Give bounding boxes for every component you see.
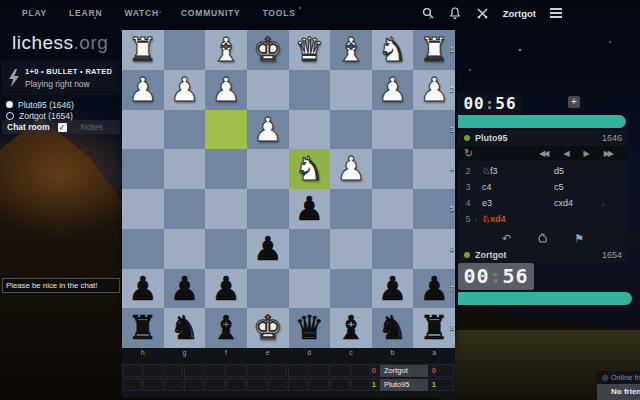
square-g6[interactable]	[164, 229, 206, 269]
tray-cell	[143, 378, 163, 391]
square-g8[interactable]: ♞	[164, 308, 206, 348]
nav-watch[interactable]: WATCH	[124, 8, 159, 18]
square-f2[interactable]: ♟	[205, 70, 247, 110]
square-f1[interactable]: ♝	[205, 30, 247, 70]
square-c5[interactable]	[330, 189, 372, 229]
square-d7[interactable]	[289, 269, 331, 309]
rank-label-4: 4	[446, 165, 454, 172]
square-h7[interactable]: ♟	[122, 269, 164, 309]
game-meta-line: 1+0 • BULLET • RATED	[25, 67, 112, 76]
white-queen: ♛	[289, 30, 331, 70]
first-move-button[interactable]: ◀◀	[539, 149, 547, 158]
player-white-row[interactable]: Pluto95 (1646)	[6, 99, 74, 110]
tray-cell	[184, 364, 204, 377]
top-nav: PLAY LEARN WATCH COMMUNITY TOOLS Zortgot	[0, 0, 640, 26]
square-h8[interactable]: ♜	[122, 308, 164, 348]
white-pawn: ♟	[164, 70, 206, 110]
black-move[interactable]: d5	[554, 166, 628, 176]
online-friends-header[interactable]: ◎ Online friends	[597, 371, 640, 384]
tray-cell	[288, 364, 308, 377]
square-d2[interactable]	[289, 70, 331, 110]
white-piece-dot-icon	[6, 101, 13, 108]
next-move-button[interactable]: ▶	[584, 149, 588, 158]
bottom-player-rating: 1654	[602, 250, 622, 260]
bottom-player-row: Zortgot 1654	[458, 247, 628, 263]
black-pawn: ♟	[372, 269, 414, 309]
board-footer: hgfedcba 0Zortgot01Pluto951	[122, 348, 455, 398]
resign-flag-icon[interactable]: ⚑	[574, 232, 584, 245]
square-d5[interactable]: ♟	[289, 189, 331, 229]
tray-cell	[247, 364, 267, 377]
square-b8[interactable]: ♞	[372, 308, 414, 348]
rank-label-8: 8	[446, 324, 454, 331]
square-g5[interactable]	[164, 189, 206, 229]
file-label-f: f	[205, 348, 247, 358]
nav-tools[interactable]: TOOLS	[263, 8, 296, 18]
move-number: 3	[458, 182, 478, 192]
white-pawn: ♟	[372, 70, 414, 110]
square-e8[interactable]: ♚	[247, 308, 289, 348]
black-pawn: ♟	[205, 269, 247, 309]
rank-label-3: 3	[446, 126, 454, 133]
move-row: 2♘f3d5	[458, 163, 628, 179]
tab-chat-room[interactable]: Chat room	[7, 122, 50, 132]
tray-cell	[226, 364, 246, 377]
rank-label-2: 2	[446, 86, 454, 93]
online-dot-icon	[464, 252, 470, 258]
black-pawn: ♟	[122, 269, 164, 309]
takeback-icon[interactable]: ↶	[502, 232, 511, 245]
square-h4[interactable]	[122, 149, 164, 189]
square-f5[interactable]	[205, 189, 247, 229]
square-d8[interactable]: ♛	[289, 308, 331, 348]
white-bishop: ♝	[205, 30, 247, 70]
tray-cell	[288, 378, 308, 391]
tray-cell	[164, 364, 184, 377]
chat-toggle-checkbox[interactable]: ✓	[58, 123, 67, 132]
square-f4[interactable]	[205, 149, 247, 189]
tray-cell	[122, 378, 142, 391]
rank-label-6: 6	[446, 245, 454, 252]
black-king: ♚	[247, 308, 289, 348]
square-g1[interactable]	[164, 30, 206, 70]
black-pawn: ♟	[289, 189, 331, 229]
white-pawn: ♟	[247, 110, 289, 150]
tray-cell	[205, 378, 225, 391]
square-f3[interactable]	[205, 110, 247, 150]
square-g7[interactable]: ♟	[164, 269, 206, 309]
captured-pieces-tray: 0Zortgot01Pluto951	[122, 364, 455, 392]
white-move[interactable]: ♘f3	[478, 166, 554, 176]
game-meta-box: 1+0 • BULLET • RATED Playing right now	[2, 61, 120, 95]
file-label-c: c	[330, 348, 372, 358]
square-c2[interactable]	[330, 70, 372, 110]
top-player-row: Pluto95 1646	[458, 130, 628, 146]
top-player-name[interactable]: Pluto95	[475, 133, 602, 143]
score-right: 1	[428, 380, 440, 389]
white-pawn: ♟	[205, 70, 247, 110]
move-number: 5	[458, 214, 478, 224]
square-e4[interactable]	[247, 149, 289, 189]
square-d3[interactable]	[289, 110, 331, 150]
move-number: 4	[458, 198, 478, 208]
bullet-lightning-icon	[9, 69, 19, 87]
square-f8[interactable]: ♝	[205, 308, 247, 348]
top-player-rating: 1646	[602, 133, 622, 143]
rank-label-5: 5	[446, 205, 454, 212]
search-icon[interactable]	[422, 7, 435, 20]
black-pawn: ♟	[164, 269, 206, 309]
tray-cell	[309, 378, 329, 391]
board: ♜♝♚♛♝♞♜♟♟♟♟♟♟♞♟♟♟♟♟♟♟♟♜♞♝♚♛♝♞♜	[122, 30, 455, 348]
nav-username[interactable]: Zortgot	[503, 8, 536, 19]
square-f6[interactable]	[205, 229, 247, 269]
score-left: 1	[368, 380, 380, 389]
black-knight: ♞	[164, 308, 206, 348]
square-b6[interactable]	[372, 229, 414, 269]
tray-cell	[268, 378, 288, 391]
game-status-line: Playing right now	[25, 79, 112, 89]
file-label-d: d	[289, 348, 331, 358]
tray-cell	[330, 378, 350, 391]
lichess-app: PLAY LEARN WATCH COMMUNITY TOOLS Zortgot…	[0, 0, 640, 400]
square-h5[interactable]	[122, 189, 164, 229]
nav-play[interactable]: PLAY	[22, 8, 47, 18]
white-pawn: ♟	[122, 70, 164, 110]
rank-label-7: 7	[446, 285, 454, 292]
tray-cell	[164, 378, 184, 391]
square-b4[interactable]	[372, 149, 414, 189]
tab-notes[interactable]: Notes	[81, 122, 103, 132]
square-h2[interactable]: ♟	[122, 70, 164, 110]
black-knight: ♞	[372, 308, 414, 348]
game-panel: Pluto95 1646 ↻ ◀◀ ◀ ▶ ▶▶ 2♘f3d53c4c54e3c…	[458, 130, 628, 263]
tray-cell	[309, 364, 329, 377]
white-clock: 00:56	[458, 93, 522, 114]
nav-learn[interactable]: LEARN	[69, 8, 102, 18]
white-time-bar	[458, 115, 626, 128]
tray-cell	[330, 364, 350, 377]
square-d6[interactable]	[289, 229, 331, 269]
bell-icon[interactable]	[449, 7, 462, 20]
online-friends-panel: ◎ Online friends No friends online	[597, 371, 640, 400]
last-move-button[interactable]: ▶▶	[604, 149, 612, 158]
give-time-button[interactable]: +	[568, 96, 580, 108]
square-c3[interactable]	[330, 110, 372, 150]
black-move[interactable]: c5	[554, 182, 628, 192]
black-piece-dot-icon	[6, 112, 14, 120]
square-b2[interactable]: ♟	[372, 70, 414, 110]
white-pawn: ♟	[330, 149, 372, 189]
game-actions: ↶ ⚑	[458, 229, 628, 247]
black-rook: ♜	[122, 308, 164, 348]
file-label-e: e	[247, 348, 289, 358]
tray-cell	[226, 378, 246, 391]
tray-cell	[247, 378, 267, 391]
no-friends-text: No friends online	[597, 384, 640, 400]
move-list: 2♘f3d53c4c54e3cxd45♘xd4	[458, 161, 628, 229]
square-g2[interactable]: ♟	[164, 70, 206, 110]
black-bishop: ♝	[330, 308, 372, 348]
black-clock: 00:56	[458, 263, 534, 290]
move-number: 2	[458, 166, 478, 176]
tray-cell	[184, 378, 204, 391]
square-e1[interactable]: ♚	[247, 30, 289, 70]
move-row: 4e3cxd4	[458, 195, 628, 211]
file-label-h: h	[122, 348, 164, 358]
score-row-zortgot: 0Zortgot0	[368, 364, 440, 377]
white-knight: ♞	[372, 30, 414, 70]
square-c7[interactable]	[330, 269, 372, 309]
white-move[interactable]: e3	[478, 198, 554, 208]
white-move[interactable]: c4	[478, 182, 554, 192]
black-queen: ♛	[289, 308, 331, 348]
file-label-g: g	[164, 348, 206, 358]
square-d4[interactable]: ♞	[289, 149, 331, 189]
square-g3[interactable]	[164, 110, 206, 150]
square-e5[interactable]	[247, 189, 289, 229]
player-list: Pluto95 (1646) Zortgot (1654)	[6, 99, 74, 121]
square-b3[interactable]	[372, 110, 414, 150]
square-e3[interactable]: ♟	[247, 110, 289, 150]
square-e6[interactable]: ♟	[247, 229, 289, 269]
square-b7[interactable]: ♟	[372, 269, 414, 309]
square-b1[interactable]: ♞	[372, 30, 414, 70]
square-c6[interactable]	[330, 229, 372, 269]
score-row-pluto95: 1Pluto951	[368, 378, 440, 391]
tray-cell	[122, 364, 142, 377]
board-area: ♜♝♚♛♝♞♜♟♟♟♟♟♟♞♟♟♟♟♟♟♟♟♜♞♝♚♛♝♞♜ 12345678	[122, 30, 455, 348]
black-move[interactable]: cxd4	[554, 198, 628, 208]
square-c4[interactable]: ♟	[330, 149, 372, 189]
black-time-bar	[458, 292, 632, 305]
chat-header: Chat room ✓ Notes	[2, 120, 120, 134]
white-king: ♚	[247, 30, 289, 70]
score-left: 0	[368, 366, 380, 375]
square-f7[interactable]: ♟	[205, 269, 247, 309]
square-h6[interactable]	[122, 229, 164, 269]
square-b5[interactable]	[372, 189, 414, 229]
white-move[interactable]: ♘xd4	[478, 214, 554, 224]
online-dot-icon	[464, 135, 470, 141]
flip-board-icon[interactable]: ↻	[464, 147, 473, 160]
square-e2[interactable]	[247, 70, 289, 110]
move-row: 5♘xd4	[458, 211, 628, 227]
tray-cell	[268, 364, 288, 377]
file-label-b: b	[372, 348, 414, 358]
file-labels: hgfedcba	[122, 348, 455, 358]
white-rook: ♜	[122, 30, 164, 70]
score-player-name: Pluto95	[380, 379, 428, 391]
nav-community[interactable]: COMMUNITY	[181, 8, 241, 18]
white-bishop: ♝	[330, 30, 372, 70]
square-g4[interactable]	[164, 149, 206, 189]
square-h1[interactable]: ♜	[122, 30, 164, 70]
move-row: 3c4c5	[458, 179, 628, 195]
prev-move-button[interactable]: ◀	[563, 149, 567, 158]
score-right: 0	[428, 366, 440, 375]
tray-cell	[143, 364, 163, 377]
chat-input[interactable]	[2, 278, 120, 293]
black-bishop: ♝	[205, 308, 247, 348]
square-e7[interactable]	[247, 269, 289, 309]
square-d1[interactable]: ♛	[289, 30, 331, 70]
draw-offer-hand-icon[interactable]	[537, 233, 548, 244]
file-label-a: a	[413, 348, 455, 358]
black-pawn: ♟	[247, 229, 289, 269]
bottom-player-name[interactable]: Zortgot	[475, 250, 602, 260]
square-c8[interactable]: ♝	[330, 308, 372, 348]
score-player-name: Zortgot	[380, 365, 428, 377]
menu-icon[interactable]	[550, 8, 562, 18]
rank-label-1: 1	[446, 46, 454, 53]
lichess-logo[interactable]: lichess.org	[12, 32, 108, 54]
white-knight: ♞	[289, 149, 331, 189]
square-h3[interactable]	[122, 110, 164, 150]
tray-cell	[205, 364, 225, 377]
square-c1[interactable]: ♝	[330, 30, 372, 70]
challenge-swords-icon[interactable]	[476, 7, 489, 20]
move-nav-bar: ↻ ◀◀ ◀ ▶ ▶▶	[458, 146, 628, 161]
